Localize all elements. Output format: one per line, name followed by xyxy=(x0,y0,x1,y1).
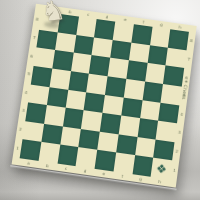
coordinate-label: 8 xyxy=(35,18,38,22)
coordinate-label: f xyxy=(142,20,144,24)
coordinate-label: 6 xyxy=(30,54,33,58)
coordinate-label: 5 xyxy=(27,72,30,76)
coordinate-label: 2 xyxy=(175,150,178,154)
coordinate-label: g xyxy=(160,22,163,26)
coordinate-label: 3 xyxy=(178,131,181,135)
coordinate-label: h xyxy=(158,179,161,183)
coordinate-label: 3 xyxy=(22,109,25,113)
brand-text-label: Chess xyxy=(181,85,188,101)
square-g3 xyxy=(137,118,158,139)
coordinate-label: c xyxy=(65,166,68,170)
coordinate-label: a xyxy=(27,161,30,165)
coordinate-label: c xyxy=(87,12,90,16)
coordinate-label: 1 xyxy=(16,146,19,150)
coordinate-label: d xyxy=(105,15,108,19)
coordinate-label: e xyxy=(102,172,105,176)
coordinate-label: 4 xyxy=(24,91,27,95)
coordinate-label: 8 xyxy=(190,39,193,43)
coordinate-label: 7 xyxy=(33,36,36,40)
coordinate-label: b xyxy=(69,10,72,14)
coordinate-label: 4 xyxy=(180,112,183,116)
board-grid: ❖ xyxy=(20,11,189,179)
coordinate-label: e xyxy=(124,17,127,21)
white-knight-piece: ♞ xyxy=(39,0,66,25)
coordinate-label: 7 xyxy=(187,57,190,61)
coordinate-label: d xyxy=(83,169,86,173)
coordinate-label: h xyxy=(179,25,182,29)
square-g2 xyxy=(135,137,156,158)
square-h2 xyxy=(153,139,174,160)
coordinate-label: 1 xyxy=(173,168,176,172)
square-h1: ❖ xyxy=(151,158,172,179)
chess-board: abcdefgh abcdefgh 87654321 87654321 ❖ ✦C… xyxy=(12,4,197,188)
coordinate-label: f xyxy=(121,174,123,178)
coordinate-label: g xyxy=(139,177,142,181)
coordinate-label: b xyxy=(46,164,49,168)
coordinate-label: 2 xyxy=(19,128,22,132)
brand-corner-logo-icon: ❖ xyxy=(151,158,172,179)
photo-background: abcdefgh abcdefgh 87654321 87654321 ❖ ✦C… xyxy=(0,0,200,200)
